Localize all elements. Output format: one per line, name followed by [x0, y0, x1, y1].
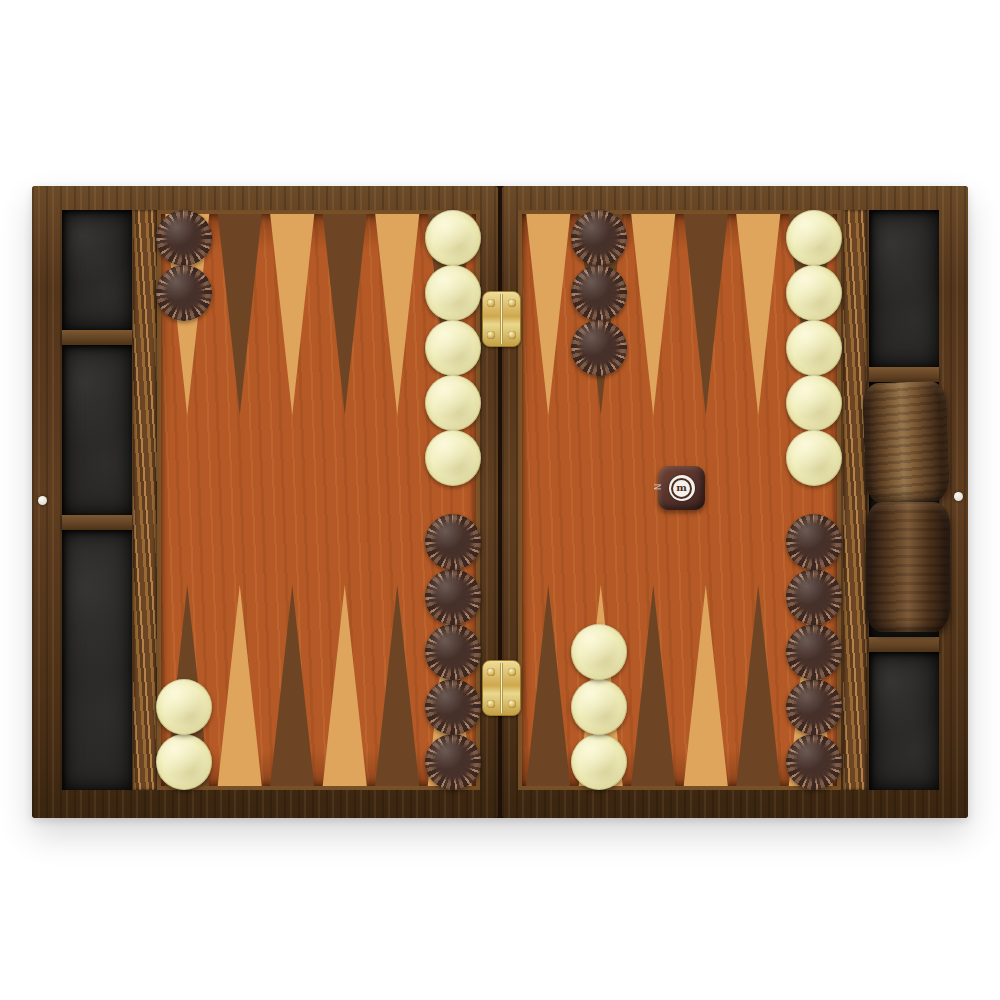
storage-compartment — [869, 652, 939, 790]
dice-cup-1[interactable] — [862, 381, 950, 504]
point-8 — [371, 581, 424, 786]
magnet-dot — [954, 492, 963, 501]
checker-cream-point-18[interactable] — [425, 375, 481, 431]
checker-brown-point-1[interactable] — [786, 624, 842, 680]
tray-divider — [869, 637, 939, 652]
storage-compartment — [62, 345, 132, 515]
checker-cream-point-24[interactable] — [786, 210, 842, 266]
checker-brown-point-7[interactable] — [425, 514, 481, 570]
point-11 — [214, 581, 267, 786]
board-right-half — [502, 186, 968, 818]
tray-divider — [869, 367, 939, 382]
brass-hinge-bottom — [482, 660, 521, 716]
hinge-screw — [487, 331, 495, 339]
point-3 — [680, 581, 733, 786]
die-logo: m — [669, 475, 695, 501]
checker-brown-point-7[interactable] — [425, 569, 481, 625]
hinge-screw — [508, 299, 516, 307]
hinge-screw — [508, 668, 516, 676]
point-2 — [732, 581, 785, 786]
point-10 — [266, 581, 319, 786]
magnet-dot — [38, 496, 47, 505]
checker-brown-point-7[interactable] — [425, 734, 481, 790]
checker-brown-point-7[interactable] — [425, 624, 481, 680]
checker-brown-point-7[interactable] — [425, 679, 481, 735]
point-14 — [214, 214, 267, 419]
checker-brown-point-20[interactable] — [571, 320, 627, 376]
checker-brown-point-20[interactable] — [571, 265, 627, 321]
point-23 — [732, 214, 785, 419]
checker-brown-point-1[interactable] — [786, 569, 842, 625]
wood-divider-strip — [843, 210, 867, 790]
hinge-screw — [508, 700, 516, 708]
point-19 — [522, 214, 575, 419]
wood-divider-strip — [133, 210, 157, 790]
photo-background: N m — [0, 0, 1000, 1000]
hinge-screw — [487, 700, 495, 708]
die[interactable]: N m — [658, 466, 705, 510]
checker-cream-point-5[interactable] — [571, 734, 627, 790]
point-17 — [371, 214, 424, 419]
hinge-screw — [508, 331, 516, 339]
checker-cream-point-24[interactable] — [786, 320, 842, 376]
hinge-screw — [487, 299, 495, 307]
hinge-screw — [487, 668, 495, 676]
checker-cream-point-24[interactable] — [786, 430, 842, 486]
checker-cream-point-18[interactable] — [425, 320, 481, 376]
checker-brown-point-1[interactable] — [786, 679, 842, 735]
checker-brown-point-1[interactable] — [786, 514, 842, 570]
checker-brown-point-13[interactable] — [156, 265, 212, 321]
left-storage-tray — [62, 210, 132, 790]
checker-cream-point-12[interactable] — [156, 734, 212, 790]
tray-divider — [62, 330, 132, 345]
brass-hinge-top — [482, 291, 521, 347]
point-15 — [266, 214, 319, 419]
checker-cream-point-5[interactable] — [571, 624, 627, 680]
point-21 — [627, 214, 680, 419]
checker-cream-point-18[interactable] — [425, 430, 481, 486]
die-side-mark: N — [653, 484, 663, 491]
die-logo-monogram: m — [671, 478, 692, 499]
tray-divider — [62, 515, 132, 530]
point-4 — [627, 581, 680, 786]
checker-cream-point-18[interactable] — [425, 265, 481, 321]
dice-cup-2[interactable] — [866, 502, 950, 632]
point-9 — [319, 581, 372, 786]
checker-brown-point-13[interactable] — [156, 210, 212, 266]
storage-compartment — [62, 210, 132, 330]
checker-cream-point-24[interactable] — [786, 375, 842, 431]
checker-brown-point-1[interactable] — [786, 734, 842, 790]
point-16 — [319, 214, 372, 419]
checker-cream-point-18[interactable] — [425, 210, 481, 266]
checker-cream-point-12[interactable] — [156, 679, 212, 735]
point-22 — [680, 214, 733, 419]
storage-compartment — [869, 210, 939, 367]
checker-brown-point-20[interactable] — [571, 210, 627, 266]
storage-compartment — [62, 530, 132, 790]
checker-cream-point-5[interactable] — [571, 679, 627, 735]
point-6 — [522, 581, 575, 786]
checker-cream-point-24[interactable] — [786, 265, 842, 321]
